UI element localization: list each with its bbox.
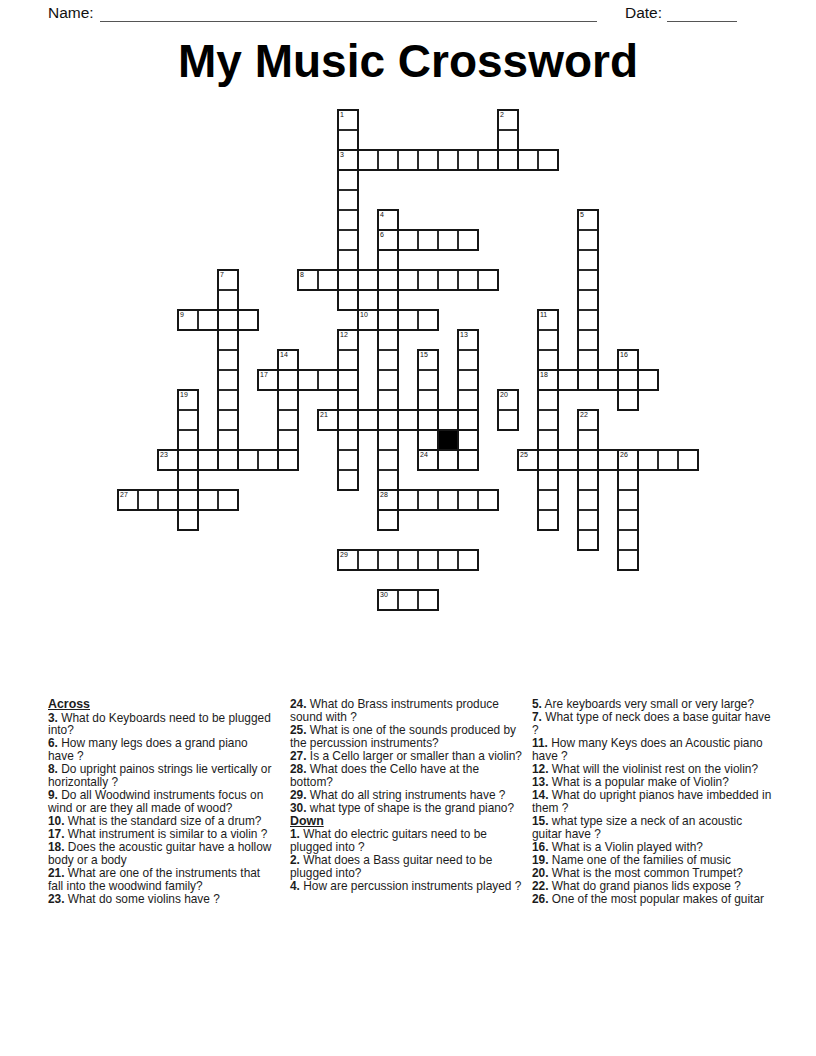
clue-item-6: 6. How many legs does a grand piano have…: [48, 737, 274, 763]
clue-item-26: 26. One of the most popular makes of gui…: [532, 893, 774, 906]
grid-cell[interactable]: [578, 330, 598, 350]
grid-cell[interactable]: 8: [298, 270, 318, 290]
grid-clue-number: 10: [360, 311, 368, 319]
clue-number: 24.: [290, 697, 307, 711]
grid-cell[interactable]: 3: [338, 150, 358, 170]
grid-cell[interactable]: [378, 310, 398, 330]
grid-cell[interactable]: [378, 510, 398, 530]
clue-number: 13.: [532, 775, 549, 789]
grid-cell[interactable]: [338, 170, 358, 190]
grid-cell[interactable]: [278, 430, 298, 450]
grid-cell[interactable]: [238, 450, 258, 470]
grid-cell[interactable]: 5: [578, 210, 598, 230]
clue-number: 3.: [48, 711, 58, 725]
grid-cell[interactable]: 18: [538, 370, 558, 390]
grid-cell[interactable]: [618, 490, 638, 510]
grid-cell[interactable]: [378, 430, 398, 450]
grid-clue-number: 5: [580, 211, 584, 219]
clue-item-2: 2. What does a Bass guitar need to be pl…: [290, 854, 523, 880]
grid-cell[interactable]: [178, 430, 198, 450]
clue-item-14: 14. What do upright pianos have imbedded…: [532, 789, 774, 815]
grid-cell[interactable]: [638, 370, 658, 390]
grid-clue-number: 17: [260, 371, 268, 379]
clue-number: 26.: [532, 892, 549, 906]
grid-cell[interactable]: [478, 490, 498, 510]
clue-number: 12.: [532, 762, 549, 776]
grid-cell[interactable]: [398, 270, 418, 290]
grid-clue-number: 29: [340, 551, 348, 559]
clue-number: 7.: [532, 710, 542, 724]
clue-number: 29.: [290, 788, 307, 802]
clue-item-15: 15. what type size a neck of an acoustic…: [532, 815, 774, 841]
clue-item-21: 21. What are one of the instruments that…: [48, 867, 274, 893]
clue-number: 10.: [48, 814, 65, 828]
page-title: My Music Crossword: [0, 34, 816, 88]
clue-number: 19.: [532, 853, 549, 867]
grid-clue-number: 1: [340, 111, 344, 119]
grid-cell[interactable]: [338, 410, 358, 430]
grid-cell[interactable]: [218, 390, 238, 410]
clue-item-4: 4. How are percussion instruments played…: [290, 880, 523, 893]
grid-cell[interactable]: [358, 550, 378, 570]
grid-clue-number: 12: [340, 331, 348, 339]
grid-cell[interactable]: [478, 270, 498, 290]
grid-cell[interactable]: [338, 290, 358, 310]
grid-cell[interactable]: [338, 230, 358, 250]
grid-cell[interactable]: [378, 390, 398, 410]
grid-cell[interactable]: [378, 330, 398, 350]
grid-clue-number: 20: [500, 391, 508, 399]
grid-cell[interactable]: [278, 450, 298, 470]
grid-cell[interactable]: [398, 590, 418, 610]
clue-item-9: 9. Do all Woodwind instruments focus on …: [48, 789, 274, 815]
clue-number: 5.: [532, 697, 542, 711]
grid-cell[interactable]: [558, 450, 578, 470]
clue-item-16: 16. What is a Violin played with?: [532, 841, 774, 854]
grid-cell[interactable]: [618, 550, 638, 570]
grid-cell[interactable]: [358, 150, 378, 170]
clue-item-11: 11. How many Keys does an Acoustic piano…: [532, 737, 774, 763]
clue-number: 8.: [48, 762, 58, 776]
grid-cell[interactable]: [158, 490, 178, 510]
grid-clue-number: 25: [520, 451, 528, 459]
grid-cell[interactable]: [438, 490, 458, 510]
grid-cell[interactable]: [438, 450, 458, 470]
grid-cell[interactable]: 9: [178, 310, 198, 330]
clue-number: 14.: [532, 788, 549, 802]
grid-cell[interactable]: 25: [518, 450, 538, 470]
grid-cell[interactable]: [138, 490, 158, 510]
clue-number: 16.: [532, 840, 549, 854]
clue-item-7: 7. What type of neck does a base guitar …: [532, 711, 774, 737]
grid-cell[interactable]: 4: [378, 210, 398, 230]
grid-clue-number: 22: [580, 411, 588, 419]
grid-cell[interactable]: [338, 270, 358, 290]
grid-cell[interactable]: [338, 450, 358, 470]
grid-cell[interactable]: 2: [498, 110, 518, 130]
grid-cell[interactable]: [558, 370, 578, 390]
grid-cell[interactable]: [378, 370, 398, 390]
clue-item-28: 28. What does the Cello have at the bott…: [290, 763, 523, 789]
grid-cell[interactable]: [458, 410, 478, 430]
grid-clue-number: 28: [380, 491, 388, 499]
grid-cell[interactable]: [618, 510, 638, 530]
grid-cell[interactable]: [458, 230, 478, 250]
clue-list-header-down: Down: [290, 815, 523, 829]
grid-cell[interactable]: [218, 350, 238, 370]
date-blank-line: [667, 5, 737, 22]
name-label: Name:: [48, 4, 94, 22]
grid-cell[interactable]: [578, 530, 598, 550]
grid-cell[interactable]: [338, 370, 358, 390]
grid-cell[interactable]: [458, 550, 478, 570]
grid-clue-number: 23: [160, 451, 168, 459]
grid-clue-number: 27: [120, 491, 128, 499]
grid-cell[interactable]: [458, 390, 478, 410]
grid-cell[interactable]: 27: [118, 490, 138, 510]
grid-cell[interactable]: [338, 130, 358, 150]
grid-cell[interactable]: [438, 270, 458, 290]
grid-cell[interactable]: [298, 370, 318, 390]
grid-cell[interactable]: [458, 150, 478, 170]
grid-cell[interactable]: 24: [418, 450, 438, 470]
grid-cell[interactable]: [218, 450, 238, 470]
grid-cell[interactable]: [398, 550, 418, 570]
grid-cell[interactable]: 11: [538, 310, 558, 330]
clue-item-18: 18. Does the acoustic guitar have a holl…: [48, 841, 274, 867]
grid-cell[interactable]: [538, 350, 558, 370]
grid-cell[interactable]: [578, 230, 598, 250]
grid-cell[interactable]: [378, 550, 398, 570]
clue-number: 25.: [290, 723, 307, 737]
grid-cell[interactable]: [338, 250, 358, 270]
grid-cell[interactable]: [458, 350, 478, 370]
grid-cell[interactable]: [338, 190, 358, 210]
grid-cell[interactable]: 19: [178, 390, 198, 410]
black-cell: [438, 430, 458, 450]
grid-cell[interactable]: [418, 270, 438, 290]
grid-cell[interactable]: [338, 210, 358, 230]
clue-number: 30.: [290, 801, 307, 815]
grid-clue-number: 15: [420, 351, 428, 359]
grid-cell[interactable]: 23: [158, 450, 178, 470]
grid-cell[interactable]: [178, 410, 198, 430]
grid-cell[interactable]: 13: [458, 330, 478, 350]
grid-cell[interactable]: [578, 310, 598, 330]
grid-cell[interactable]: [278, 410, 298, 430]
grid-cell[interactable]: [218, 290, 238, 310]
clue-item-1: 1. What do electric guitars need to be p…: [290, 828, 523, 854]
grid-cell[interactable]: 16: [618, 350, 638, 370]
grid-cell[interactable]: [418, 390, 438, 410]
grid-cell[interactable]: [578, 490, 598, 510]
clue-item-23: 23. What do some violins have ?: [48, 893, 274, 906]
grid-cell[interactable]: [358, 270, 378, 290]
grid-clue-number: 11: [540, 311, 547, 319]
grid-cell[interactable]: [618, 390, 638, 410]
grid-cell[interactable]: [578, 430, 598, 450]
clue-number: 17.: [48, 827, 65, 841]
grid-cell[interactable]: [218, 430, 238, 450]
grid-cell[interactable]: [378, 410, 398, 430]
grid-cell[interactable]: [338, 390, 358, 410]
clue-item-22: 22. What do grand pianos lids expose ?: [532, 880, 774, 893]
grid-cell[interactable]: [578, 370, 598, 390]
grid-cell[interactable]: [678, 450, 698, 470]
clue-item-13: 13. What is a popular make of Violin?: [532, 776, 774, 789]
grid-cell[interactable]: [598, 370, 618, 390]
crossword-grid: 1234567891011121314151617181920212223242…: [118, 110, 699, 611]
grid-clue-number: 2: [500, 111, 504, 119]
grid-cell[interactable]: [398, 310, 418, 330]
date-label: Date:: [625, 4, 662, 22]
grid-cell[interactable]: [418, 230, 438, 250]
grid-clue-number: 7: [220, 271, 224, 279]
clue-number: 27.: [290, 749, 307, 763]
grid-cell[interactable]: [378, 270, 398, 290]
grid-cell[interactable]: 30: [378, 590, 398, 610]
clue-item-3: 3. What do Keyboards need to be plugged …: [48, 712, 274, 738]
grid-cell[interactable]: [518, 150, 538, 170]
clue-item-12: 12. What will the violinist rest on the …: [532, 763, 774, 776]
grid-cell[interactable]: [498, 410, 518, 430]
grid-cell[interactable]: [578, 470, 598, 490]
clue-item-29: 29. What do all string instruments have …: [290, 789, 523, 802]
grid-cell[interactable]: [378, 250, 398, 270]
grid-cell[interactable]: [398, 490, 418, 510]
grid-cell[interactable]: [318, 370, 338, 390]
clue-number: 20.: [532, 866, 549, 880]
grid-cell[interactable]: [198, 490, 218, 510]
grid-cell[interactable]: [578, 510, 598, 530]
grid-cell[interactable]: [278, 390, 298, 410]
clue-number: 9.: [48, 788, 58, 802]
grid-cell[interactable]: [538, 450, 558, 470]
grid-clue-number: 26: [620, 451, 628, 459]
grid-clue-number: 8: [300, 271, 304, 279]
grid-cell[interactable]: 6: [378, 230, 398, 250]
clue-item-27: 27. Is a Cello larger or smaller than a …: [290, 750, 523, 763]
name-blank-line: [100, 5, 597, 22]
grid-cell[interactable]: [178, 470, 198, 490]
grid-cell[interactable]: [618, 370, 638, 390]
grid-cell[interactable]: [418, 490, 438, 510]
clue-number: 18.: [48, 840, 65, 854]
grid-cell[interactable]: [418, 590, 438, 610]
grid-cell[interactable]: [458, 370, 478, 390]
grid-cell[interactable]: 14: [278, 350, 298, 370]
grid-cell[interactable]: [438, 150, 458, 170]
grid-cell[interactable]: [218, 410, 238, 430]
grid-clue-number: 30: [380, 591, 388, 599]
clue-item-19: 19. Name one of the families of music: [532, 854, 774, 867]
grid-cell[interactable]: [438, 550, 458, 570]
grid-cell[interactable]: [398, 410, 418, 430]
grid-cell[interactable]: 15: [418, 350, 438, 370]
clue-number: 6.: [48, 736, 58, 750]
clue-number: 4.: [290, 879, 300, 893]
clue-number: 22.: [532, 879, 549, 893]
grid-cell[interactable]: [218, 310, 238, 330]
grid-cell[interactable]: [618, 470, 638, 490]
grid-cell[interactable]: 1: [338, 110, 358, 130]
grid-cell[interactable]: [458, 490, 478, 510]
grid-cell[interactable]: [278, 370, 298, 390]
grid-cell[interactable]: [378, 470, 398, 490]
grid-cell[interactable]: [618, 530, 638, 550]
grid-clue-number: 14: [280, 351, 288, 359]
grid-clue-number: 4: [380, 211, 384, 219]
grid-clue-number: 21: [320, 411, 328, 419]
grid-cell[interactable]: [538, 330, 558, 350]
grid-cell[interactable]: 29: [338, 550, 358, 570]
grid-cell[interactable]: [418, 430, 438, 450]
clues-column-3: 5. Are keyboards very small or very larg…: [532, 698, 774, 906]
grid-cell[interactable]: [358, 410, 378, 430]
grid-cell[interactable]: [418, 410, 438, 430]
grid-cell[interactable]: [578, 450, 598, 470]
grid-cell[interactable]: [338, 430, 358, 450]
grid-cell[interactable]: [458, 450, 478, 470]
grid-cell[interactable]: [178, 450, 198, 470]
grid-cell[interactable]: [578, 350, 598, 370]
grid-clue-number: 13: [460, 331, 468, 339]
grid-cell[interactable]: [198, 310, 218, 330]
grid-cell[interactable]: [438, 410, 458, 430]
grid-cell[interactable]: [218, 490, 238, 510]
grid-cell[interactable]: [378, 150, 398, 170]
grid-cell[interactable]: [418, 370, 438, 390]
grid-cell[interactable]: 10: [358, 310, 378, 330]
clue-item-24: 24. What do Brass instruments produce so…: [290, 698, 523, 724]
grid-cell[interactable]: [538, 510, 558, 530]
clue-number: 23.: [48, 892, 65, 906]
grid-cell[interactable]: [318, 270, 338, 290]
clues-column-1: Across3. What do Keyboards need to be pl…: [48, 698, 274, 906]
grid-cell[interactable]: 12: [338, 330, 358, 350]
grid-cell[interactable]: [578, 270, 598, 290]
grid-cell[interactable]: [418, 550, 438, 570]
grid-cell[interactable]: 7: [218, 270, 238, 290]
grid-cell[interactable]: [498, 130, 518, 150]
grid-clue-number: 16: [620, 351, 628, 359]
grid-cell[interactable]: [658, 450, 678, 470]
grid-cell[interactable]: 22: [578, 410, 598, 430]
grid-cell[interactable]: [218, 370, 238, 390]
clue-item-20: 20. What is the most common Trumpet?: [532, 867, 774, 880]
clue-number: 11.: [532, 736, 548, 750]
grid-clue-number: 18: [540, 371, 548, 379]
grid-cell[interactable]: [538, 410, 558, 430]
grid-cell[interactable]: [458, 430, 478, 450]
grid-cell[interactable]: [218, 330, 238, 350]
grid-cell[interactable]: [598, 450, 618, 470]
grid-cell[interactable]: 28: [378, 490, 398, 510]
grid-cell[interactable]: [178, 510, 198, 530]
grid-cell[interactable]: [638, 450, 658, 470]
grid-cell[interactable]: [258, 450, 278, 470]
clue-number: 28.: [290, 762, 307, 776]
grid-cell[interactable]: [398, 230, 418, 250]
grid-clue-number: 3: [340, 151, 344, 159]
grid-cell[interactable]: 26: [618, 450, 638, 470]
grid-cell[interactable]: [378, 290, 398, 310]
clue-item-25: 25. What is one of the sounds produced b…: [290, 724, 523, 750]
grid-clue-number: 9: [180, 311, 184, 319]
grid-cell[interactable]: [238, 310, 258, 330]
grid-cell[interactable]: 20: [498, 390, 518, 410]
clue-number: 21.: [48, 866, 65, 880]
clue-number: 1.: [290, 827, 300, 841]
clue-list-header-across: Across: [48, 698, 274, 712]
grid-cell[interactable]: [338, 350, 358, 370]
clue-number: 2.: [290, 853, 300, 867]
grid-cell[interactable]: [398, 150, 418, 170]
grid-cell[interactable]: [458, 270, 478, 290]
grid-cell[interactable]: [438, 230, 458, 250]
grid-cell[interactable]: [498, 150, 518, 170]
grid-cell[interactable]: [538, 490, 558, 510]
clue-item-30: 30. what type of shape is the grand pian…: [290, 802, 523, 815]
grid-cell[interactable]: [578, 250, 598, 270]
grid-cell[interactable]: 17: [258, 370, 278, 390]
grid-cell[interactable]: [478, 150, 498, 170]
clue-number: 15.: [532, 814, 549, 828]
grid-cell[interactable]: [418, 150, 438, 170]
grid-cell[interactable]: 21: [318, 410, 338, 430]
grid-cell[interactable]: [198, 450, 218, 470]
grid-cell[interactable]: [578, 290, 598, 310]
clue-item-8: 8. Do upright painos strings lie vertica…: [48, 763, 274, 789]
grid-clue-number: 6: [380, 231, 384, 239]
grid-cell[interactable]: [378, 450, 398, 470]
grid-clue-number: 19: [180, 391, 188, 399]
clues-column-2: 24. What do Brass instruments produce so…: [290, 698, 523, 893]
grid-cell[interactable]: [538, 390, 558, 410]
grid-cell[interactable]: [538, 430, 558, 450]
grid-cell[interactable]: [538, 150, 558, 170]
grid-cell[interactable]: [538, 470, 558, 490]
grid-cell[interactable]: [338, 470, 358, 490]
grid-cell[interactable]: [178, 490, 198, 510]
grid-cell[interactable]: [418, 310, 438, 330]
grid-clue-number: 24: [420, 451, 428, 459]
grid-cell[interactable]: [378, 350, 398, 370]
